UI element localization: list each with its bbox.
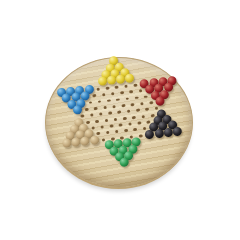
board-hole[interactable] [110,137,114,140]
board-hole[interactable] [146,120,150,123]
board-cell [144,131,154,138]
board-hole[interactable] [126,109,130,112]
board-hole[interactable] [154,106,158,109]
board-hole[interactable] [89,113,93,116]
board-hole[interactable] [129,90,133,93]
board-hole[interactable] [112,104,116,107]
board-hole[interactable] [138,134,142,137]
board-hole[interactable] [124,84,128,87]
board-hole[interactable] [114,130,118,133]
board-hole[interactable] [128,122,132,125]
board-cell [119,159,129,166]
peg-black[interactable] [172,126,182,136]
board-hole[interactable] [120,91,124,94]
peg-grid [53,52,185,173]
board-hole[interactable] [113,117,117,120]
board-hole[interactable] [99,112,103,115]
board-hole[interactable] [149,101,153,104]
board-hole[interactable] [105,86,109,89]
board-cell [61,140,71,147]
board-hole[interactable] [139,102,143,105]
board-hole[interactable] [80,114,84,117]
board-hole[interactable] [134,96,138,99]
board-hole[interactable] [97,100,101,103]
peg-natural[interactable] [61,138,71,148]
board-hole[interactable] [116,98,120,101]
board-hole[interactable] [84,107,88,110]
peg-black[interactable] [163,127,173,137]
board-hole[interactable] [101,93,105,96]
board-hole[interactable] [120,136,124,139]
peg-black[interactable] [154,128,164,138]
peg-natural[interactable] [80,136,90,146]
board-hole[interactable] [121,103,125,106]
board-hole[interactable] [138,89,142,92]
board-hole[interactable] [103,105,107,108]
board-hole[interactable] [130,103,134,106]
board-hole[interactable] [100,125,104,128]
board-hole[interactable] [136,108,140,111]
board-hole[interactable] [124,129,128,132]
board-hole[interactable] [141,114,145,117]
board-hole[interactable] [133,128,137,131]
board-hole[interactable] [118,123,122,126]
board-hole[interactable] [106,99,110,102]
board-hole[interactable] [132,115,136,118]
board-hole[interactable] [104,118,108,121]
peg-black[interactable] [144,129,154,139]
board-hole[interactable] [114,85,118,88]
board-hole[interactable] [93,106,97,109]
board-hole[interactable] [117,110,121,113]
board-cell [80,138,90,145]
board-cell [163,129,173,136]
photo-scene [0,0,240,240]
board-cell [89,137,99,144]
board-hole[interactable] [108,111,112,114]
peg-natural[interactable] [70,137,80,147]
peg-green[interactable] [119,157,129,167]
board-hole[interactable] [145,107,149,110]
board-hole[interactable] [137,121,141,124]
board-hole[interactable] [125,97,129,100]
board-hole[interactable] [122,116,126,119]
board-hole[interactable] [96,132,100,135]
board-hole[interactable] [105,131,109,134]
board-hole[interactable] [88,101,92,104]
board-hole[interactable] [150,113,154,116]
board-hole[interactable] [92,94,96,97]
board-hole[interactable] [96,87,100,90]
board-cell [70,139,80,146]
board-hole[interactable] [110,92,114,95]
board-hole[interactable] [109,124,113,127]
board-hole[interactable] [91,126,95,129]
board-hole[interactable] [142,127,146,130]
board-cell [154,130,164,137]
board-hole[interactable] [101,138,105,141]
board-cell [155,98,165,105]
peg-natural[interactable] [89,135,99,145]
board-hole[interactable] [129,135,133,138]
board-hole[interactable] [133,83,137,86]
board-hole[interactable] [85,120,89,123]
board-hole[interactable] [143,95,147,98]
board-hole[interactable] [95,119,99,122]
board-cell [172,128,182,135]
